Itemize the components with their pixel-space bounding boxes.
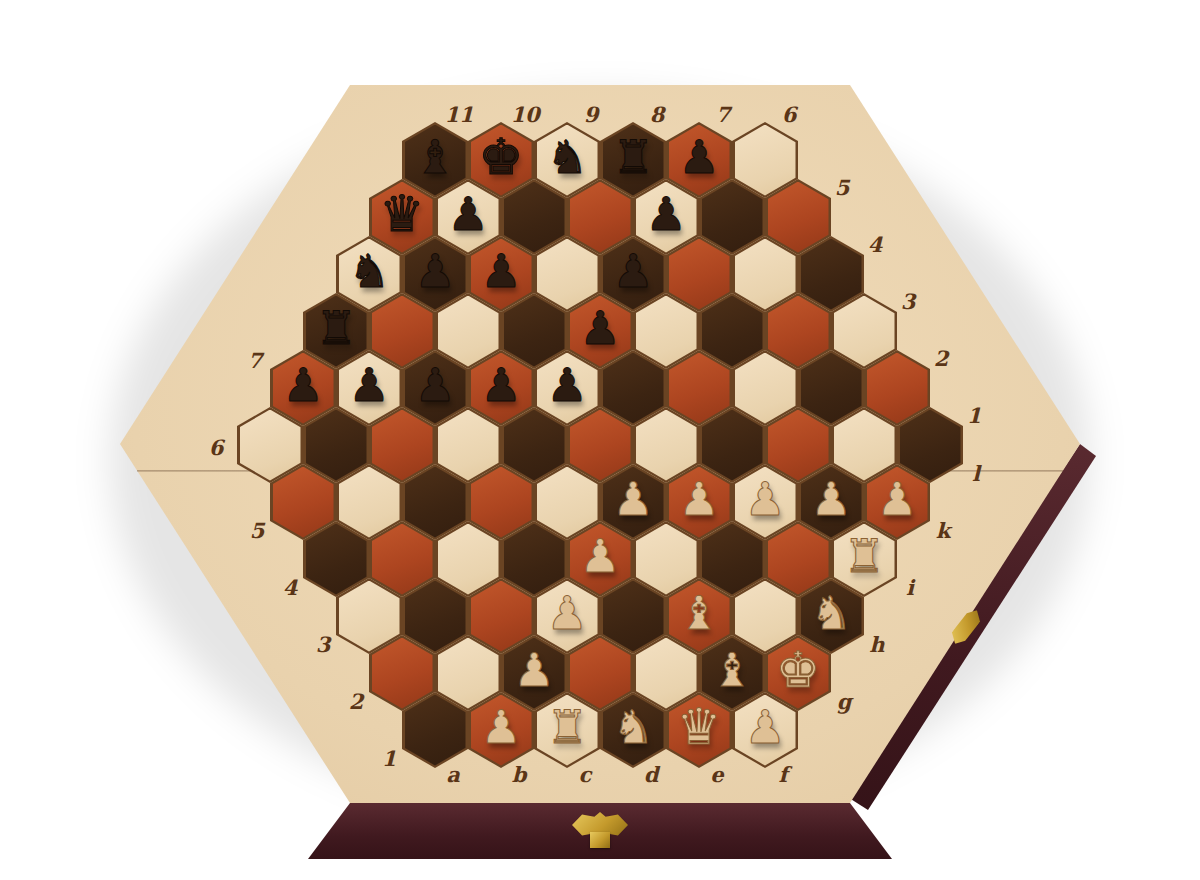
cell-face-l1 — [900, 410, 961, 481]
coord-label-top-6-l6: 6 — [782, 102, 797, 127]
coord-label-lower_right-i-i1: i — [906, 575, 914, 600]
white-pawn-f5[interactable]: ♟ — [612, 476, 653, 522]
cell-face-b3 — [405, 581, 466, 652]
cell-face-g9 — [504, 182, 565, 253]
coord-label-bottom-d-d1: d — [644, 762, 659, 787]
cell-face-i3 — [768, 410, 829, 481]
black-pawn-k7[interactable]: ♟ — [678, 134, 719, 180]
cell-face-d4 — [504, 524, 565, 595]
coord-label-lower_left-4-a4: 4 — [283, 575, 298, 600]
white-rook-c1[interactable]: ♜ — [546, 704, 587, 750]
coord-label-upper_right-5-l5: 5 — [835, 175, 850, 200]
white-pawn-d3[interactable]: ♟ — [546, 590, 587, 636]
coord-label-lower_left-3-a3: 3 — [316, 632, 331, 657]
cell-face-b4 — [372, 524, 433, 595]
coord-label-lower_right-k-k1: k — [936, 518, 951, 543]
black-rook-i8[interactable]: ♜ — [612, 134, 653, 180]
cell-face-g6 — [603, 353, 664, 424]
black-pawn-e7[interactable]: ♟ — [480, 362, 521, 408]
coord-label-lower_left-2-a2: 2 — [349, 689, 364, 714]
cell-face-h4 — [702, 410, 763, 481]
black-pawn-f10[interactable]: ♟ — [447, 191, 488, 237]
white-pawn-h3[interactable]: ♟ — [744, 476, 785, 522]
cell-face-g2 — [735, 581, 796, 652]
coord-label-bottom-f-f1: f — [778, 762, 787, 787]
white-pawn-f1[interactable]: ♟ — [744, 704, 785, 750]
white-pawn-c2[interactable]: ♟ — [513, 647, 554, 693]
white-queen-e1[interactable]: ♛ — [677, 704, 722, 750]
black-pawn-e9[interactable]: ♟ — [414, 248, 455, 294]
cell-face-i6 — [669, 239, 730, 310]
cell-face-l5 — [768, 182, 829, 253]
coord-label-bottom-a-a1: a — [446, 762, 460, 787]
white-pawn-g4[interactable]: ♟ — [678, 476, 719, 522]
white-pawn-i2[interactable]: ♟ — [810, 476, 851, 522]
black-pawn-b7[interactable]: ♟ — [282, 362, 323, 408]
coord-label-top-10-g10: 10 — [510, 102, 539, 127]
black-pawn-f7[interactable]: ♟ — [546, 362, 587, 408]
black-pawn-c7[interactable]: ♟ — [348, 362, 389, 408]
black-bishop-f11[interactable]: ♝ — [414, 134, 455, 180]
cell-face-f6 — [570, 410, 631, 481]
coord-label-lower_left-1-a1: 1 — [382, 746, 397, 771]
cell-face-f8 — [504, 296, 565, 367]
cell-face-h2 — [768, 524, 829, 595]
white-pawn-k1[interactable]: ♟ — [876, 476, 917, 522]
white-bishop-f3[interactable]: ♝ — [678, 590, 719, 636]
cell-face-d8 — [372, 296, 433, 367]
cell-face-d6 — [438, 410, 499, 481]
cell-face-b5 — [339, 467, 400, 538]
coord-label-lower_left-5-a5: 5 — [250, 518, 265, 543]
cell-face-b6 — [306, 410, 367, 481]
cell-face-h5 — [669, 353, 730, 424]
white-bishop-f2[interactable]: ♝ — [711, 647, 752, 693]
coord-label-lower_right-g-g1: g — [837, 689, 852, 714]
coord-label-bottom-c-c1: c — [579, 762, 592, 787]
cell-face-c5 — [405, 467, 466, 538]
cell-face-a4 — [306, 524, 367, 595]
coord-label-bottom-b-b1: b — [512, 762, 527, 787]
cell-face-c6 — [372, 410, 433, 481]
cell-face-g3 — [702, 524, 763, 595]
three-player-hex-chess-photo: ♝♚♞♜♟♛♟♟♞♟♟♟♜♟♟♟♟♟♟♟♟♟♟♟♟♜♟♝♞♟♝♚♟♜♞♛♟ 11… — [0, 0, 1200, 880]
cell-face-a2 — [372, 638, 433, 709]
cell-face-k6 — [702, 182, 763, 253]
cell-face-d2 — [570, 638, 631, 709]
cell-face-l2 — [867, 353, 928, 424]
coord-label-top-7-k7: 7 — [716, 102, 731, 127]
black-queen-e10[interactable]: ♛ — [380, 191, 425, 237]
coord-label-top-11-f11: 11 — [444, 102, 473, 127]
white-knight-d1[interactable]: ♞ — [612, 704, 653, 750]
black-knight-h9[interactable]: ♞ — [546, 134, 587, 180]
white-pawn-b1[interactable]: ♟ — [480, 704, 521, 750]
cell-face-i4 — [735, 353, 796, 424]
cell-face-c3 — [471, 581, 532, 652]
brass-clasp-tab[interactable] — [590, 832, 610, 848]
cell-face-b2 — [438, 638, 499, 709]
cell-face-e8 — [438, 296, 499, 367]
cell-face-k5 — [735, 239, 796, 310]
black-king-g10[interactable]: ♚ — [479, 134, 524, 180]
coord-label-upper_right-2-l2: 2 — [934, 346, 949, 371]
black-pawn-i7[interactable]: ♟ — [645, 191, 686, 237]
cell-face-d5 — [471, 467, 532, 538]
coord-label-upper_left-7-b7: 7 — [248, 348, 263, 373]
black-pawn-h7[interactable]: ♟ — [612, 248, 653, 294]
white-knight-h1[interactable]: ♞ — [810, 590, 851, 636]
cell-face-l6 — [735, 125, 796, 196]
black-pawn-f9[interactable]: ♟ — [480, 248, 521, 294]
cell-face-a1 — [405, 695, 466, 766]
coord-label-lower_right-l-l1: l — [972, 461, 980, 486]
coord-label-upper_right-3-l3: 3 — [901, 289, 916, 314]
black-pawn-g7[interactable]: ♟ — [579, 305, 620, 351]
cell-face-c4 — [438, 524, 499, 595]
cell-face-g5 — [636, 410, 697, 481]
coord-label-lower_right-h-h1: h — [869, 632, 884, 657]
cell-face-k2 — [834, 410, 895, 481]
cell-face-e3 — [603, 581, 664, 652]
cell-face-f4 — [636, 524, 697, 595]
cell-face-l3 — [834, 296, 895, 367]
cell-face-k3 — [801, 353, 862, 424]
cell-face-e5 — [537, 467, 598, 538]
cell-face-h8 — [570, 182, 631, 253]
cell-face-g8 — [537, 239, 598, 310]
cell-face-l4 — [801, 239, 862, 310]
cell-face-e2 — [636, 638, 697, 709]
coord-label-top-8-i8: 8 — [650, 102, 665, 127]
black-knight-d9[interactable]: ♞ — [348, 248, 389, 294]
coord-label-upper_right-4-l4: 4 — [868, 232, 883, 257]
black-rook-c8[interactable]: ♜ — [315, 305, 356, 351]
coord-label-top-9-h9: 9 — [584, 102, 599, 127]
white-pawn-e4[interactable]: ♟ — [579, 533, 620, 579]
cell-face-h6 — [636, 296, 697, 367]
cell-face-a6 — [240, 410, 301, 481]
cell-face-a3 — [339, 581, 400, 652]
black-pawn-d7[interactable]: ♟ — [414, 362, 455, 408]
cell-face-k4 — [768, 296, 829, 367]
coord-label-upper_right-1-l1: 1 — [967, 403, 982, 428]
white-rook-i1[interactable]: ♜ — [843, 533, 884, 579]
cell-face-i5 — [702, 296, 763, 367]
cell-face-a5 — [273, 467, 334, 538]
coord-label-bottom-e-e1: e — [710, 762, 723, 787]
cell-face-e6 — [504, 410, 565, 481]
white-king-g1[interactable]: ♚ — [776, 647, 821, 693]
coord-label-left_corner-6-a6: 6 — [209, 435, 224, 460]
